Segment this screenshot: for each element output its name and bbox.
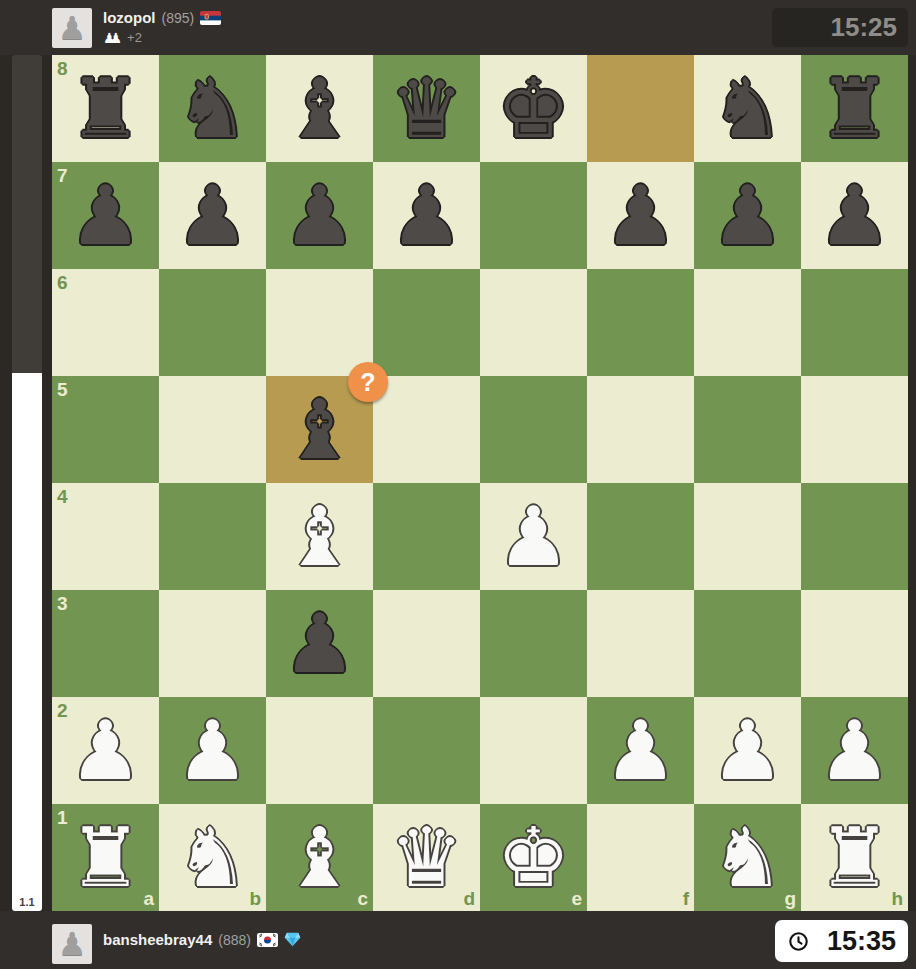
square-c3[interactable]: ♟ [266,590,373,697]
square-f6[interactable] [587,269,694,376]
piece-black-pawn[interactable]: ♟ [69,162,143,269]
evaluation-score: 1.1 [12,896,42,908]
diamond-membership-icon [284,932,301,947]
rank-label-7: 7 [57,166,68,185]
rank-label-2: 2 [57,701,68,720]
bottom-player-bar: ♟ bansheebray44 (888) [0,911,916,969]
square-e6[interactable] [480,269,587,376]
square-d4[interactable] [373,483,480,590]
piece-white-king[interactable]: ♚ [497,804,571,911]
piece-black-rook[interactable]: ♜ [69,55,143,162]
square-f7[interactable]: ♟ [587,162,694,269]
square-c7[interactable]: ♟ [266,162,373,269]
file-label-c: c [357,889,368,908]
file-label-h: h [891,889,903,908]
square-g5[interactable] [694,376,801,483]
bottom-player-name[interactable]: bansheebray44 [103,931,212,948]
square-e3[interactable] [480,590,587,697]
piece-white-rook[interactable]: ♜ [69,804,143,911]
square-g7[interactable]: ♟ [694,162,801,269]
square-b1[interactable]: b♞ [159,804,266,911]
piece-black-rook[interactable]: ♜ [818,55,892,162]
square-h8[interactable]: ♜ [801,55,908,162]
piece-black-pawn[interactable]: ♟ [283,590,357,697]
square-a3[interactable]: 3 [52,590,159,697]
captured-pawns-icon: ♟♟ [103,31,122,45]
square-h1[interactable]: h♜ [801,804,908,911]
square-c5[interactable]: ♝? [266,376,373,483]
square-g1[interactable]: g♞ [694,804,801,911]
square-c1[interactable]: c♝ [266,804,373,911]
file-label-d: d [463,889,475,908]
square-a2[interactable]: 2♟ [52,697,159,804]
top-clock-time: 15:25 [831,12,898,43]
square-d2[interactable] [373,697,480,804]
square-e7[interactable] [480,162,587,269]
south-korea-flag-icon [257,933,278,947]
piece-white-pawn[interactable]: ♟ [497,483,571,590]
file-label-e: e [571,889,582,908]
top-player-info: lozopol (895) ♟♟ +2 [103,9,221,45]
evaluation-white-portion: 1.1 [12,373,42,911]
file-label-g: g [784,889,796,908]
square-a8[interactable]: 8♜ [52,55,159,162]
rank-label-4: 4 [57,487,68,506]
piece-white-queen[interactable]: ♛ [390,804,464,911]
square-b5[interactable] [159,376,266,483]
material-advantage: +2 [127,30,142,45]
square-e5[interactable] [480,376,587,483]
square-d3[interactable] [373,590,480,697]
piece-white-pawn[interactable]: ♟ [604,697,678,804]
square-g2[interactable]: ♟ [694,697,801,804]
piece-black-pawn[interactable]: ♟ [176,162,250,269]
piece-black-pawn[interactable]: ♟ [283,162,357,269]
piece-black-pawn[interactable]: ♟ [604,162,678,269]
square-b8[interactable]: ♞ [159,55,266,162]
bottom-player-rating: (888) [218,932,251,948]
square-f4[interactable] [587,483,694,590]
file-label-f: f [683,889,689,908]
piece-white-bishop[interactable]: ♝ [283,483,357,590]
square-b7[interactable]: ♟ [159,162,266,269]
rank-label-1: 1 [57,808,68,827]
square-a4[interactable]: 4 [52,483,159,590]
bottom-clock-time: 15:35 [827,926,896,957]
piece-black-pawn[interactable]: ♟ [390,162,464,269]
bottom-player-avatar[interactable]: ♟ [52,924,92,964]
square-f3[interactable] [587,590,694,697]
square-a6[interactable]: 6 [52,269,159,376]
square-a5[interactable]: 5 [52,376,159,483]
board-area: 1.1 8♜♞♝♛♚♞♜7♟♟♟♟♟♟♟65♝?4♝♟3♟2♟♟♟♟♟1a♜b♞… [0,55,916,911]
captured-pieces: ♟♟ +2 [103,30,221,45]
file-label-b: b [249,889,261,908]
piece-black-knight[interactable]: ♞ [711,55,785,162]
serbia-flag-icon [200,11,221,25]
top-player-avatar[interactable]: ♟ [52,8,92,48]
square-e8[interactable]: ♚ [480,55,587,162]
clock-icon [788,931,809,952]
square-h2[interactable]: ♟ [801,697,908,804]
piece-black-pawn[interactable]: ♟ [711,162,785,269]
square-c8[interactable]: ♝ [266,55,373,162]
piece-black-pawn[interactable]: ♟ [818,162,892,269]
square-h3[interactable] [801,590,908,697]
piece-white-pawn[interactable]: ♟ [176,697,250,804]
square-f8[interactable] [587,55,694,162]
piece-black-bishop[interactable]: ♝ [283,376,357,483]
square-b6[interactable] [159,269,266,376]
square-h5[interactable] [801,376,908,483]
top-player-clock: 15:25 [772,8,908,47]
piece-black-bishop[interactable]: ♝ [283,55,357,162]
square-g4[interactable] [694,483,801,590]
bottom-player-info: bansheebray44 (888) [103,931,301,948]
piece-white-rook[interactable]: ♜ [818,804,892,911]
square-g8[interactable]: ♞ [694,55,801,162]
square-d5[interactable] [373,376,480,483]
evaluation-black-portion [12,55,42,373]
square-a7[interactable]: 7♟ [52,162,159,269]
chess-board[interactable]: 8♜♞♝♛♚♞♜7♟♟♟♟♟♟♟65♝?4♝♟3♟2♟♟♟♟♟1a♜b♞c♝d♛… [52,55,908,911]
mistake-annotation-badge: ? [348,362,388,402]
bottom-player-clock: 15:35 [775,920,908,962]
rank-label-3: 3 [57,594,68,613]
file-label-a: a [143,889,154,908]
top-player-name[interactable]: lozopol [103,9,156,26]
piece-white-pawn[interactable]: ♟ [711,697,785,804]
chess-game-screen: ♟ lozopol (895) ♟♟ +2 [0,0,916,969]
square-c2[interactable] [266,697,373,804]
piece-white-knight[interactable]: ♞ [176,804,250,911]
square-d7[interactable]: ♟ [373,162,480,269]
square-e1[interactable]: e♚ [480,804,587,911]
square-h4[interactable] [801,483,908,590]
square-h7[interactable]: ♟ [801,162,908,269]
square-f1[interactable]: f [587,804,694,911]
square-e2[interactable] [480,697,587,804]
piece-white-pawn[interactable]: ♟ [818,697,892,804]
piece-white-knight[interactable]: ♞ [711,804,785,911]
square-b3[interactable] [159,590,266,697]
pawn-avatar-icon: ♟ [58,928,87,960]
square-f2[interactable]: ♟ [587,697,694,804]
square-b2[interactable]: ♟ [159,697,266,804]
top-player-rating: (895) [162,10,195,26]
square-b4[interactable] [159,483,266,590]
rank-label-5: 5 [57,380,68,399]
square-e4[interactable]: ♟ [480,483,587,590]
square-g3[interactable] [694,590,801,697]
square-h6[interactable] [801,269,908,376]
square-c6[interactable] [266,269,373,376]
square-g6[interactable] [694,269,801,376]
piece-black-knight[interactable]: ♞ [176,55,250,162]
piece-white-bishop[interactable]: ♝ [283,804,357,911]
rank-label-8: 8 [57,59,68,78]
piece-black-king[interactable]: ♚ [497,55,571,162]
square-f5[interactable] [587,376,694,483]
piece-white-pawn[interactable]: ♟ [69,697,143,804]
evaluation-bar: 1.1 [12,55,42,911]
square-c4[interactable]: ♝ [266,483,373,590]
pawn-avatar-icon: ♟ [58,12,87,44]
top-player-bar: ♟ lozopol (895) ♟♟ +2 [0,0,916,55]
rank-label-6: 6 [57,273,68,292]
square-d1[interactable]: d♛ [373,804,480,911]
piece-black-queen[interactable]: ♛ [390,55,464,162]
square-d6[interactable] [373,269,480,376]
square-a1[interactable]: 1a♜ [52,804,159,911]
square-d8[interactable]: ♛ [373,55,480,162]
